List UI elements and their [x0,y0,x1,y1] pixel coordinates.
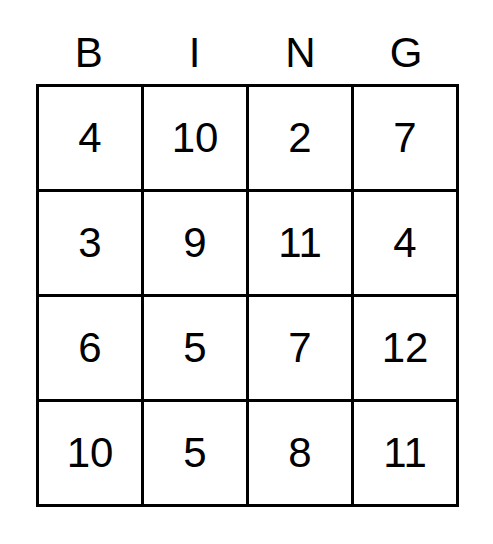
bingo-cell[interactable]: 11 [354,402,456,504]
bingo-board: 4 10 2 7 3 9 11 4 6 5 7 12 10 5 8 11 [36,84,459,507]
column-letter-i: I [142,28,248,78]
bingo-cell[interactable]: 12 [354,297,456,399]
bingo-cell[interactable]: 5 [144,297,246,399]
bingo-cell[interactable]: 6 [39,297,141,399]
bingo-cell[interactable]: 7 [249,297,351,399]
bingo-cell[interactable]: 11 [249,192,351,294]
bingo-cell[interactable]: 3 [39,192,141,294]
bingo-cell[interactable]: 4 [354,192,456,294]
bingo-cell[interactable]: 4 [39,87,141,189]
bingo-cell[interactable]: 2 [249,87,351,189]
bingo-header: B I N G [36,28,459,78]
bingo-cell[interactable]: 8 [249,402,351,504]
bingo-cell[interactable]: 10 [144,87,246,189]
bingo-cell[interactable]: 10 [39,402,141,504]
bingo-card: B I N G 4 10 2 7 3 9 11 4 6 5 7 12 10 5 … [0,0,493,544]
column-letter-n: N [248,28,354,78]
bingo-cell[interactable]: 5 [144,402,246,504]
bingo-cell[interactable]: 7 [354,87,456,189]
column-letter-g: G [353,28,459,78]
column-letter-b: B [36,28,142,78]
bingo-cell[interactable]: 9 [144,192,246,294]
